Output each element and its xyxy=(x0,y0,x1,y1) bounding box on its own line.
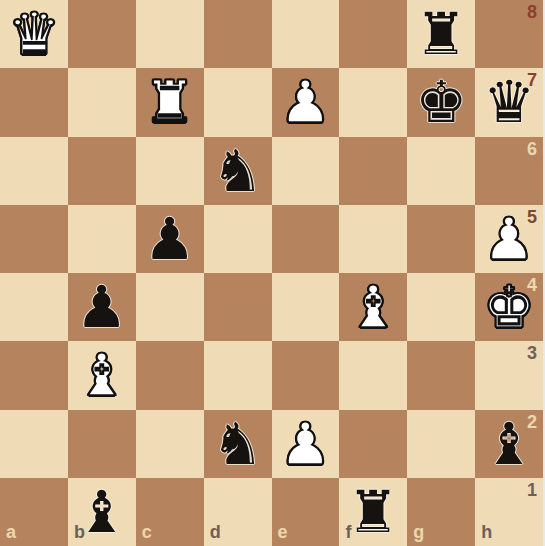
square-h3[interactable]: 3 xyxy=(475,341,543,409)
square-g6[interactable] xyxy=(407,137,475,205)
square-a7[interactable] xyxy=(0,68,68,136)
square-a3[interactable] xyxy=(0,341,68,409)
square-h5[interactable]: 5♟ xyxy=(475,205,543,273)
square-b7[interactable] xyxy=(68,68,136,136)
chess-board-container: ♛♜8♜♟♚7♛♞6♟5♟♟♝4♚♝3♞♟2♝ab♝cdef♜g1h xyxy=(0,0,545,546)
square-h1[interactable]: 1h xyxy=(475,478,543,546)
square-f6[interactable] xyxy=(339,137,407,205)
square-f5[interactable] xyxy=(339,205,407,273)
square-a4[interactable] xyxy=(0,273,68,341)
square-d4[interactable] xyxy=(204,273,272,341)
square-d8[interactable] xyxy=(204,0,272,68)
square-b5[interactable] xyxy=(68,205,136,273)
square-c3[interactable] xyxy=(136,341,204,409)
square-e4[interactable] xyxy=(272,273,340,341)
square-a6[interactable] xyxy=(0,137,68,205)
square-g8[interactable]: ♜ xyxy=(407,0,475,68)
white-pawn-piece[interactable]: ♟ xyxy=(272,410,340,478)
square-e3[interactable] xyxy=(272,341,340,409)
square-d7[interactable] xyxy=(204,68,272,136)
square-h6[interactable]: 6 xyxy=(475,137,543,205)
square-d2[interactable]: ♞ xyxy=(204,410,272,478)
square-a8[interactable]: ♛ xyxy=(0,0,68,68)
square-e2[interactable]: ♟ xyxy=(272,410,340,478)
square-g2[interactable] xyxy=(407,410,475,478)
square-h2[interactable]: 2♝ xyxy=(475,410,543,478)
square-e1[interactable]: e xyxy=(272,478,340,546)
square-b6[interactable] xyxy=(68,137,136,205)
square-d1[interactable]: d xyxy=(204,478,272,546)
file-label-d: d xyxy=(210,522,221,543)
square-b2[interactable] xyxy=(68,410,136,478)
square-d5[interactable] xyxy=(204,205,272,273)
square-d6[interactable]: ♞ xyxy=(204,137,272,205)
square-b4[interactable]: ♟ xyxy=(68,273,136,341)
file-label-a: a xyxy=(6,522,16,543)
square-f8[interactable] xyxy=(339,0,407,68)
square-b3[interactable]: ♝ xyxy=(68,341,136,409)
square-a2[interactable] xyxy=(0,410,68,478)
square-g5[interactable] xyxy=(407,205,475,273)
black-knight-piece[interactable]: ♞ xyxy=(204,137,272,205)
white-bishop-piece[interactable]: ♝ xyxy=(339,273,407,341)
black-queen-piece[interactable]: ♛ xyxy=(475,68,543,136)
white-bishop-piece[interactable]: ♝ xyxy=(68,341,136,409)
white-pawn-piece[interactable]: ♟ xyxy=(475,205,543,273)
square-c1[interactable]: c xyxy=(136,478,204,546)
square-b8[interactable] xyxy=(68,0,136,68)
square-e8[interactable] xyxy=(272,0,340,68)
square-g3[interactable] xyxy=(407,341,475,409)
black-king-piece[interactable]: ♚ xyxy=(407,68,475,136)
square-f2[interactable] xyxy=(339,410,407,478)
square-f1[interactable]: f♜ xyxy=(339,478,407,546)
square-h4[interactable]: 4♚ xyxy=(475,273,543,341)
square-c7[interactable]: ♜ xyxy=(136,68,204,136)
square-c2[interactable] xyxy=(136,410,204,478)
square-e7[interactable]: ♟ xyxy=(272,68,340,136)
square-f7[interactable] xyxy=(339,68,407,136)
square-g4[interactable] xyxy=(407,273,475,341)
square-e5[interactable] xyxy=(272,205,340,273)
square-e6[interactable] xyxy=(272,137,340,205)
square-a1[interactable]: a xyxy=(0,478,68,546)
rank-label-1: 1 xyxy=(527,480,537,501)
file-label-c: c xyxy=(142,522,152,543)
white-queen-piece[interactable]: ♛ xyxy=(0,0,68,68)
white-king-piece[interactable]: ♚ xyxy=(475,273,543,341)
black-pawn-piece[interactable]: ♟ xyxy=(68,273,136,341)
chess-board: ♛♜8♜♟♚7♛♞6♟5♟♟♝4♚♝3♞♟2♝ab♝cdef♜g1h xyxy=(0,0,545,546)
file-label-h: h xyxy=(481,522,492,543)
rank-label-6: 6 xyxy=(527,139,537,160)
square-c8[interactable] xyxy=(136,0,204,68)
rank-label-3: 3 xyxy=(527,343,537,364)
square-c4[interactable] xyxy=(136,273,204,341)
white-pawn-piece[interactable]: ♟ xyxy=(272,68,340,136)
square-c6[interactable] xyxy=(136,137,204,205)
white-rook-piece[interactable]: ♜ xyxy=(136,68,204,136)
square-h8[interactable]: 8 xyxy=(475,0,543,68)
file-label-g: g xyxy=(413,522,424,543)
black-rook-piece[interactable]: ♜ xyxy=(339,478,407,546)
black-bishop-piece[interactable]: ♝ xyxy=(475,410,543,478)
rank-label-8: 8 xyxy=(527,2,537,23)
square-d3[interactable] xyxy=(204,341,272,409)
square-a5[interactable] xyxy=(0,205,68,273)
file-label-e: e xyxy=(278,522,288,543)
black-pawn-piece[interactable]: ♟ xyxy=(136,205,204,273)
square-c5[interactable]: ♟ xyxy=(136,205,204,273)
black-rook-piece[interactable]: ♜ xyxy=(407,0,475,68)
black-bishop-piece[interactable]: ♝ xyxy=(68,478,136,546)
square-b1[interactable]: b♝ xyxy=(68,478,136,546)
square-g7[interactable]: ♚ xyxy=(407,68,475,136)
square-f3[interactable] xyxy=(339,341,407,409)
black-knight-piece[interactable]: ♞ xyxy=(204,410,272,478)
square-g1[interactable]: g xyxy=(407,478,475,546)
square-h7[interactable]: 7♛ xyxy=(475,68,543,136)
square-f4[interactable]: ♝ xyxy=(339,273,407,341)
